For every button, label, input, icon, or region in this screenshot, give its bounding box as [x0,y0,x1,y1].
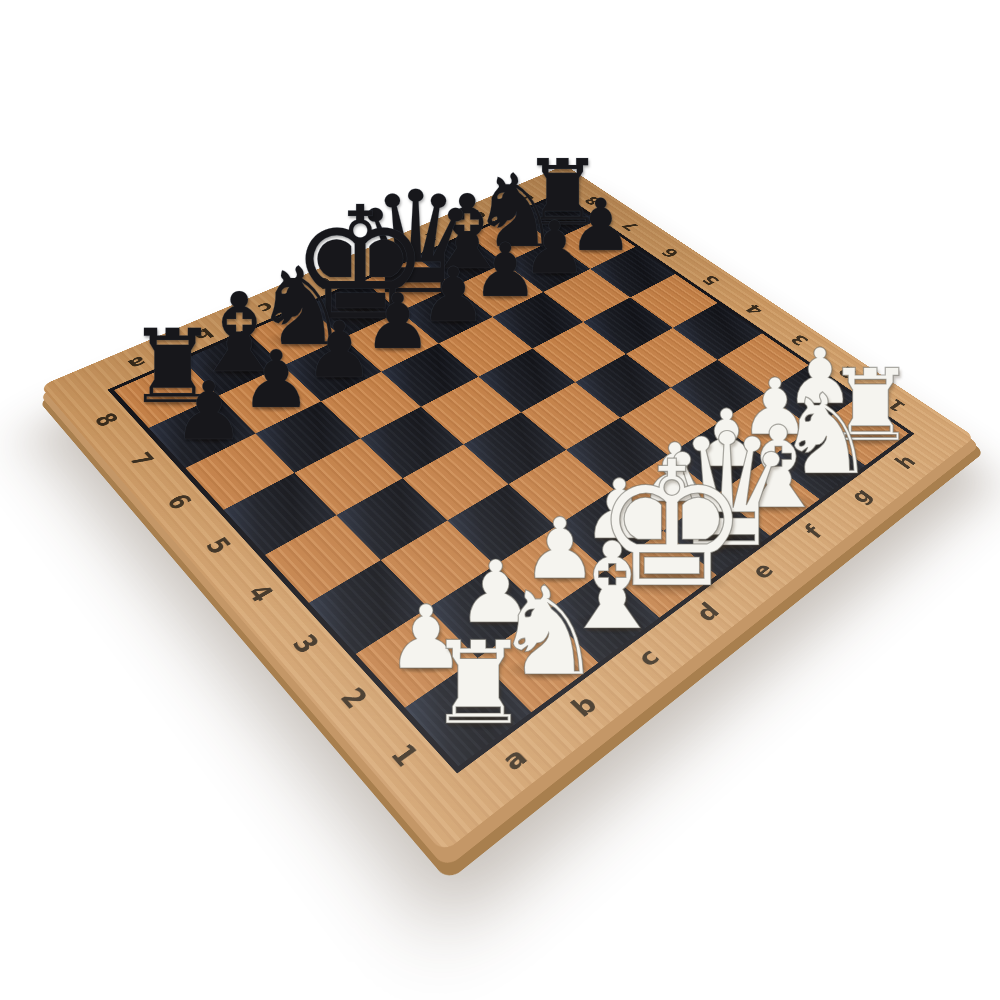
rank-label-left-6: 6 [131,472,225,532]
rank-label-left-4: 4 [211,560,309,628]
rank-label-left-3: 3 [255,608,355,681]
photo-canvas: aa88bb77cc66dd55ee44ff33gg22hh11 ♜♝♞♚♛♝♞… [0,0,1000,1000]
piece-white-rook-a1[interactable]: ♜ [421,627,536,742]
rank-label-left-5: 5 [170,515,266,579]
piece-black-pawn-a7[interactable]: ♟ [168,371,249,452]
